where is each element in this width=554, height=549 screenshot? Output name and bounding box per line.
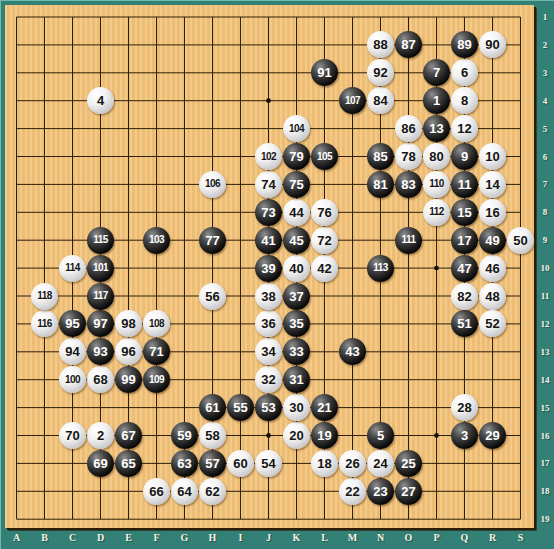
stone-l6-move-105: 105 [311, 143, 338, 170]
move-number: 32 [261, 373, 275, 386]
stone-n16-move-5: 5 [367, 422, 394, 449]
stone-d4-move-4: 4 [87, 87, 114, 114]
stone-k11-move-37: 37 [283, 283, 310, 310]
move-number: 57 [205, 457, 219, 470]
move-number: 21 [317, 401, 331, 414]
move-number: 114 [65, 263, 79, 273]
move-number: 66 [149, 485, 163, 498]
col-label-o: O [399, 532, 419, 543]
move-number: 52 [485, 317, 499, 330]
move-number: 112 [429, 207, 443, 217]
stone-n4-move-84: 84 [367, 87, 394, 114]
move-number: 93 [93, 345, 107, 358]
move-number: 103 [149, 235, 164, 245]
move-number: 91 [317, 66, 331, 79]
move-number: 46 [485, 262, 499, 275]
move-number: 73 [261, 206, 275, 219]
move-number: 30 [289, 401, 303, 414]
move-number: 33 [289, 345, 303, 358]
move-number: 25 [401, 457, 415, 470]
move-number: 55 [233, 401, 247, 414]
move-number: 88 [373, 38, 387, 51]
stone-q7-move-11: 11 [451, 171, 478, 198]
stone-c16-move-70: 70 [59, 422, 86, 449]
move-number: 96 [121, 345, 135, 358]
stone-l8-move-76: 76 [311, 199, 338, 226]
stone-d17-move-69: 69 [87, 450, 114, 477]
col-label-q: Q [455, 532, 475, 543]
move-number: 16 [485, 206, 499, 219]
row-label-17: 17 [535, 458, 554, 468]
move-number: 77 [205, 234, 219, 247]
stone-q5-move-12: 12 [451, 115, 478, 142]
col-label-k: K [287, 532, 307, 543]
move-number: 75 [289, 178, 303, 191]
stone-o18-move-27: 27 [395, 478, 422, 505]
move-number: 86 [401, 122, 415, 135]
stone-j14-move-32: 32 [255, 366, 282, 393]
goban-frame: 1234567891011121314151617181920212223242… [0, 0, 554, 549]
move-number: 60 [233, 457, 247, 470]
stone-l17-move-18: 18 [311, 450, 338, 477]
move-number: 1 [433, 94, 440, 107]
stone-o6-move-78: 78 [395, 143, 422, 170]
move-number: 100 [65, 375, 80, 385]
stone-p8-move-112: 112 [423, 199, 450, 226]
stone-j11-move-38: 38 [255, 283, 282, 310]
stone-g17-move-63: 63 [171, 450, 198, 477]
stone-k9-move-45: 45 [283, 227, 310, 254]
row-label-7: 7 [535, 179, 554, 189]
move-number: 95 [65, 317, 79, 330]
move-number: 115 [93, 235, 107, 245]
stone-q4-move-8: 8 [451, 87, 478, 114]
move-number: 2 [97, 429, 104, 442]
row-label-5: 5 [535, 124, 554, 134]
stone-i15-move-55: 55 [227, 394, 254, 421]
move-number: 34 [261, 345, 275, 358]
move-number: 98 [121, 317, 135, 330]
move-number: 11 [458, 178, 472, 191]
stone-p7-move-110: 110 [423, 171, 450, 198]
stone-d9-move-115: 115 [87, 227, 114, 254]
stone-c10-move-114: 114 [59, 255, 86, 282]
row-label-1: 1 [535, 12, 554, 22]
stone-i17-move-60: 60 [227, 450, 254, 477]
move-number: 47 [457, 262, 471, 275]
move-number: 87 [401, 38, 415, 51]
move-number: 24 [373, 457, 387, 470]
stone-q6-move-9: 9 [451, 143, 478, 170]
stone-r10-move-46: 46 [479, 255, 506, 282]
stone-o5-move-86: 86 [395, 115, 422, 142]
col-label-e: E [119, 532, 139, 543]
col-label-d: D [91, 532, 111, 543]
row-label-13: 13 [535, 347, 554, 357]
move-number: 102 [261, 152, 276, 162]
stone-o17-move-25: 25 [395, 450, 422, 477]
move-number: 81 [373, 178, 387, 191]
stone-n6-move-85: 85 [367, 143, 394, 170]
stone-d11-move-117: 117 [87, 283, 114, 310]
move-number: 50 [513, 234, 527, 247]
stone-q15-move-28: 28 [451, 394, 478, 421]
move-number: 54 [261, 457, 275, 470]
stone-k8-move-44: 44 [283, 199, 310, 226]
col-label-n: N [371, 532, 391, 543]
row-label-4: 4 [535, 96, 554, 106]
stone-k15-move-30: 30 [283, 394, 310, 421]
move-number: 48 [485, 290, 499, 303]
stone-l15-move-21: 21 [311, 394, 338, 421]
move-number: 35 [289, 317, 303, 330]
col-label-b: B [35, 532, 55, 543]
move-number: 67 [121, 429, 135, 442]
move-number: 56 [205, 290, 219, 303]
row-label-10: 10 [535, 263, 554, 273]
stone-r16-move-29: 29 [479, 422, 506, 449]
move-number: 63 [177, 457, 191, 470]
col-label-f: F [147, 532, 167, 543]
move-number: 27 [401, 485, 415, 498]
row-label-11: 11 [535, 291, 554, 301]
move-number: 70 [65, 429, 79, 442]
move-number: 105 [317, 152, 332, 162]
stone-f18-move-66: 66 [143, 478, 170, 505]
move-number: 3 [461, 429, 468, 442]
row-label-12: 12 [535, 319, 554, 329]
stone-j9-move-41: 41 [255, 227, 282, 254]
move-number: 84 [373, 94, 387, 107]
move-number: 22 [345, 485, 359, 498]
stone-m18-move-22: 22 [339, 478, 366, 505]
move-number: 14 [485, 178, 499, 191]
stone-l16-move-19: 19 [311, 422, 338, 449]
stone-g16-move-59: 59 [171, 422, 198, 449]
move-number: 39 [261, 262, 275, 275]
move-number: 71 [149, 345, 163, 358]
move-number: 79 [289, 150, 303, 163]
move-number: 12 [457, 122, 471, 135]
move-number: 4 [97, 94, 104, 107]
stone-j8-move-73: 73 [255, 199, 282, 226]
move-number: 94 [65, 345, 79, 358]
stone-k16-move-20: 20 [283, 422, 310, 449]
stone-h7-move-106: 106 [199, 171, 226, 198]
row-label-19: 19 [535, 514, 554, 524]
row-label-18: 18 [535, 486, 554, 496]
move-number: 99 [121, 373, 135, 386]
stone-p6-move-80: 80 [423, 143, 450, 170]
row-label-14: 14 [535, 375, 554, 385]
row-label-16: 16 [535, 431, 554, 441]
stone-q8-move-15: 15 [451, 199, 478, 226]
col-label-i: I [231, 532, 251, 543]
stone-j7-move-74: 74 [255, 171, 282, 198]
stone-m17-move-26: 26 [339, 450, 366, 477]
move-number: 65 [121, 457, 135, 470]
stone-k6-move-79: 79 [283, 143, 310, 170]
move-number: 31 [289, 373, 303, 386]
move-number: 64 [177, 485, 191, 498]
stone-n17-move-24: 24 [367, 450, 394, 477]
move-number: 37 [289, 290, 303, 303]
stone-r6-move-10: 10 [479, 143, 506, 170]
move-number: 85 [373, 150, 387, 163]
col-label-r: R [483, 532, 503, 543]
move-number: 113 [373, 263, 387, 273]
move-number: 97 [93, 317, 107, 330]
stone-g18-move-64: 64 [171, 478, 198, 505]
stone-q10-move-47: 47 [451, 255, 478, 282]
move-number: 17 [457, 234, 471, 247]
stone-b11-move-118: 118 [31, 283, 58, 310]
stone-n10-move-113: 113 [367, 255, 394, 282]
move-number: 40 [289, 262, 303, 275]
goban[interactable]: 1234567891011121314151617181920212223242… [5, 5, 534, 528]
move-number: 8 [461, 94, 468, 107]
move-number: 19 [317, 429, 331, 442]
move-number: 36 [261, 317, 275, 330]
stone-o7-move-83: 83 [395, 171, 422, 198]
stone-f14-move-109: 109 [143, 366, 170, 393]
stone-h11-move-56: 56 [199, 283, 226, 310]
move-number: 49 [485, 234, 499, 247]
row-label-3: 3 [535, 68, 554, 78]
col-label-l: L [315, 532, 335, 543]
stone-p4-move-1: 1 [423, 87, 450, 114]
stone-h17-move-57: 57 [199, 450, 226, 477]
stone-r8-move-16: 16 [479, 199, 506, 226]
stone-d14-move-68: 68 [87, 366, 114, 393]
move-number: 59 [177, 429, 191, 442]
move-number: 78 [401, 150, 415, 163]
move-number: 68 [93, 373, 107, 386]
stone-r11-move-48: 48 [479, 283, 506, 310]
move-number: 69 [93, 457, 107, 470]
move-number: 18 [317, 457, 331, 470]
move-number: 41 [261, 234, 275, 247]
move-number: 82 [457, 290, 471, 303]
move-number: 45 [289, 234, 303, 247]
stone-k10-move-40: 40 [283, 255, 310, 282]
stone-p5-move-13: 13 [423, 115, 450, 142]
stone-r7-move-14: 14 [479, 171, 506, 198]
row-label-2: 2 [535, 40, 554, 50]
move-number: 101 [93, 263, 108, 273]
col-label-a: A [7, 532, 27, 543]
move-number: 61 [205, 401, 219, 414]
stone-f9-move-103: 103 [143, 227, 170, 254]
move-number: 111 [402, 235, 416, 245]
move-number: 28 [457, 401, 471, 414]
move-number: 72 [317, 234, 331, 247]
col-label-g: G [175, 532, 195, 543]
stone-j10-move-39: 39 [255, 255, 282, 282]
move-number: 51 [457, 317, 471, 330]
stone-e17-move-65: 65 [115, 450, 142, 477]
col-label-h: H [203, 532, 223, 543]
move-number: 26 [345, 457, 359, 470]
col-label-p: P [427, 532, 447, 543]
stone-k7-move-75: 75 [283, 171, 310, 198]
move-number: 80 [429, 150, 443, 163]
move-number: 5 [377, 429, 384, 442]
move-number: 23 [373, 485, 387, 498]
stone-q11-move-82: 82 [451, 283, 478, 310]
move-number: 7 [433, 66, 440, 79]
move-number: 117 [93, 291, 107, 301]
stone-h15-move-61: 61 [199, 394, 226, 421]
stone-j15-move-53: 53 [255, 394, 282, 421]
move-number: 44 [289, 206, 303, 219]
stone-c14-move-100: 100 [59, 366, 86, 393]
move-number: 38 [261, 290, 275, 303]
stone-m4-move-107: 107 [339, 87, 366, 114]
move-number: 29 [485, 429, 499, 442]
stone-h18-move-62: 62 [199, 478, 226, 505]
move-number: 89 [457, 38, 471, 51]
stone-r9-move-49: 49 [479, 227, 506, 254]
move-number: 83 [401, 178, 415, 191]
stone-e16-move-67: 67 [115, 422, 142, 449]
stone-e14-move-99: 99 [115, 366, 142, 393]
move-number: 92 [373, 66, 387, 79]
move-number: 62 [205, 485, 219, 498]
stone-k14-move-31: 31 [283, 366, 310, 393]
move-number: 109 [149, 375, 164, 385]
move-number: 58 [205, 429, 219, 442]
move-number: 108 [149, 319, 164, 329]
move-number: 90 [485, 38, 499, 51]
move-number: 20 [289, 429, 303, 442]
move-number: 106 [205, 179, 220, 189]
move-number: 10 [485, 150, 499, 163]
stone-h9-move-77: 77 [199, 227, 226, 254]
stone-l10-move-42: 42 [311, 255, 338, 282]
move-number: 118 [37, 291, 51, 301]
col-label-s: S [511, 532, 531, 543]
row-label-8: 8 [535, 207, 554, 217]
stone-d16-move-2: 2 [87, 422, 114, 449]
col-label-m: M [343, 532, 363, 543]
move-number: 6 [461, 66, 468, 79]
move-number: 53 [261, 401, 275, 414]
move-number: 15 [457, 206, 471, 219]
stone-l9-move-72: 72 [311, 227, 338, 254]
move-number: 104 [289, 124, 304, 134]
stone-s9-move-50: 50 [507, 227, 534, 254]
stone-o9-move-111: 111 [395, 227, 422, 254]
stone-q9-move-17: 17 [451, 227, 478, 254]
stone-h16-move-58: 58 [199, 422, 226, 449]
move-number: 107 [345, 96, 360, 106]
row-label-6: 6 [535, 152, 554, 162]
move-number: 76 [317, 206, 331, 219]
stone-q16-move-3: 3 [451, 422, 478, 449]
stone-j6-move-102: 102 [255, 143, 282, 170]
col-label-c: C [63, 532, 83, 543]
stone-j17-move-54: 54 [255, 450, 282, 477]
move-number: 42 [317, 262, 331, 275]
move-number: 110 [429, 179, 443, 189]
move-number: 43 [345, 345, 359, 358]
stone-k5-move-104: 104 [283, 115, 310, 142]
move-number: 13 [429, 122, 443, 135]
move-number: 116 [37, 319, 51, 329]
move-number: 74 [261, 178, 275, 191]
stone-n7-move-81: 81 [367, 171, 394, 198]
stone-n18-move-23: 23 [367, 478, 394, 505]
row-label-15: 15 [535, 403, 554, 413]
col-label-j: J [259, 532, 279, 543]
move-number: 9 [461, 150, 468, 163]
stone-d10-move-101: 101 [87, 255, 114, 282]
row-label-9: 9 [535, 235, 554, 245]
